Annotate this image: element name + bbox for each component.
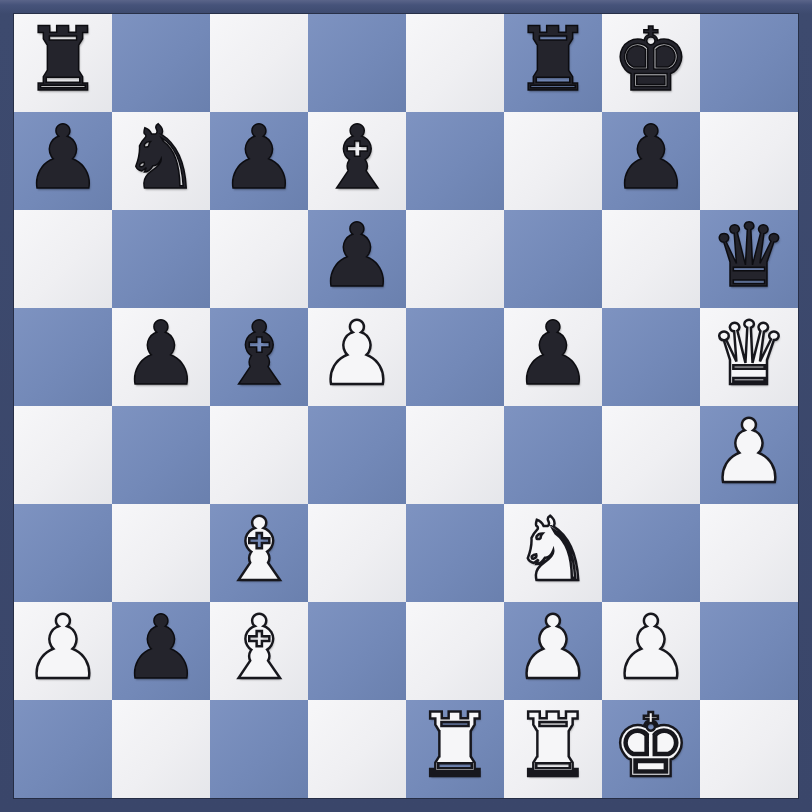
square-a1[interactable] [14, 700, 112, 798]
square-d3[interactable] [308, 504, 406, 602]
piece-white-rook[interactable]: ♜ [416, 697, 495, 795]
piece-black-pawn[interactable]: ♟ [122, 599, 201, 697]
square-b6[interactable] [112, 210, 210, 308]
square-c6[interactable] [210, 210, 308, 308]
piece-white-pawn[interactable]: ♟ [514, 599, 593, 697]
square-f4[interactable] [504, 406, 602, 504]
square-a2[interactable]: ♟ [14, 602, 112, 700]
square-f5[interactable]: ♟ [504, 308, 602, 406]
piece-black-bishop[interactable]: ♝ [318, 109, 397, 207]
piece-white-pawn[interactable]: ♟ [318, 305, 397, 403]
square-a7[interactable]: ♟ [14, 112, 112, 210]
square-e6[interactable] [406, 210, 504, 308]
square-b2[interactable]: ♟ [112, 602, 210, 700]
square-d8[interactable] [308, 14, 406, 112]
square-g4[interactable] [602, 406, 700, 504]
square-c7[interactable]: ♟ [210, 112, 308, 210]
square-g7[interactable]: ♟ [602, 112, 700, 210]
square-d4[interactable] [308, 406, 406, 504]
square-g2[interactable]: ♟ [602, 602, 700, 700]
piece-black-bishop[interactable]: ♝ [220, 305, 299, 403]
piece-black-knight[interactable]: ♞ [122, 109, 201, 207]
square-h2[interactable] [700, 602, 798, 700]
square-a8[interactable]: ♜ [14, 14, 112, 112]
piece-white-bishop[interactable]: ♝ [220, 501, 299, 599]
piece-black-pawn[interactable]: ♟ [318, 207, 397, 305]
square-a3[interactable] [14, 504, 112, 602]
square-d7[interactable]: ♝ [308, 112, 406, 210]
square-b3[interactable] [112, 504, 210, 602]
square-g6[interactable] [602, 210, 700, 308]
square-e4[interactable] [406, 406, 504, 504]
piece-black-pawn[interactable]: ♟ [122, 305, 201, 403]
piece-black-queen[interactable]: ♛ [710, 207, 789, 305]
piece-black-pawn[interactable]: ♟ [514, 305, 593, 403]
square-b1[interactable] [112, 700, 210, 798]
square-c5[interactable]: ♝ [210, 308, 308, 406]
square-h6[interactable]: ♛ [700, 210, 798, 308]
chess-board-frame: ♜♜♚♟♞♟♝♟♟♛♟♝♟♟♛♟♝♞♟♟♝♟♟♜♜♚ [0, 0, 812, 812]
square-b8[interactable] [112, 14, 210, 112]
square-h5[interactable]: ♛ [700, 308, 798, 406]
square-f3[interactable]: ♞ [504, 504, 602, 602]
piece-black-king[interactable]: ♚ [612, 11, 691, 109]
piece-white-bishop[interactable]: ♝ [220, 599, 299, 697]
square-b7[interactable]: ♞ [112, 112, 210, 210]
square-c3[interactable]: ♝ [210, 504, 308, 602]
square-g8[interactable]: ♚ [602, 14, 700, 112]
square-g1[interactable]: ♚ [602, 700, 700, 798]
square-h7[interactable] [700, 112, 798, 210]
piece-black-pawn[interactable]: ♟ [24, 109, 103, 207]
square-h8[interactable] [700, 14, 798, 112]
square-d6[interactable]: ♟ [308, 210, 406, 308]
square-d5[interactable]: ♟ [308, 308, 406, 406]
square-e3[interactable] [406, 504, 504, 602]
square-c2[interactable]: ♝ [210, 602, 308, 700]
piece-black-rook[interactable]: ♜ [24, 11, 103, 109]
square-g5[interactable] [602, 308, 700, 406]
piece-black-pawn[interactable]: ♟ [612, 109, 691, 207]
piece-black-rook[interactable]: ♜ [514, 11, 593, 109]
square-e2[interactable] [406, 602, 504, 700]
square-e5[interactable] [406, 308, 504, 406]
piece-white-king[interactable]: ♚ [612, 697, 691, 795]
square-f1[interactable]: ♜ [504, 700, 602, 798]
square-h3[interactable] [700, 504, 798, 602]
square-d2[interactable] [308, 602, 406, 700]
square-f7[interactable] [504, 112, 602, 210]
square-b5[interactable]: ♟ [112, 308, 210, 406]
square-b4[interactable] [112, 406, 210, 504]
piece-black-pawn[interactable]: ♟ [220, 109, 299, 207]
square-d1[interactable] [308, 700, 406, 798]
square-a4[interactable] [14, 406, 112, 504]
square-f2[interactable]: ♟ [504, 602, 602, 700]
square-h4[interactable]: ♟ [700, 406, 798, 504]
square-c8[interactable] [210, 14, 308, 112]
piece-white-pawn[interactable]: ♟ [612, 599, 691, 697]
square-c4[interactable] [210, 406, 308, 504]
square-g3[interactable] [602, 504, 700, 602]
square-h1[interactable] [700, 700, 798, 798]
square-a6[interactable] [14, 210, 112, 308]
square-a5[interactable] [14, 308, 112, 406]
piece-white-queen[interactable]: ♛ [710, 305, 789, 403]
square-e8[interactable] [406, 14, 504, 112]
square-e7[interactable] [406, 112, 504, 210]
piece-white-pawn[interactable]: ♟ [710, 403, 789, 501]
piece-white-rook[interactable]: ♜ [514, 697, 593, 795]
square-c1[interactable] [210, 700, 308, 798]
square-e1[interactable]: ♜ [406, 700, 504, 798]
piece-white-pawn[interactable]: ♟ [24, 599, 103, 697]
piece-white-knight[interactable]: ♞ [514, 501, 593, 599]
chess-board: ♜♜♚♟♞♟♝♟♟♛♟♝♟♟♛♟♝♞♟♟♝♟♟♜♜♚ [14, 14, 798, 798]
square-f8[interactable]: ♜ [504, 14, 602, 112]
square-f6[interactable] [504, 210, 602, 308]
